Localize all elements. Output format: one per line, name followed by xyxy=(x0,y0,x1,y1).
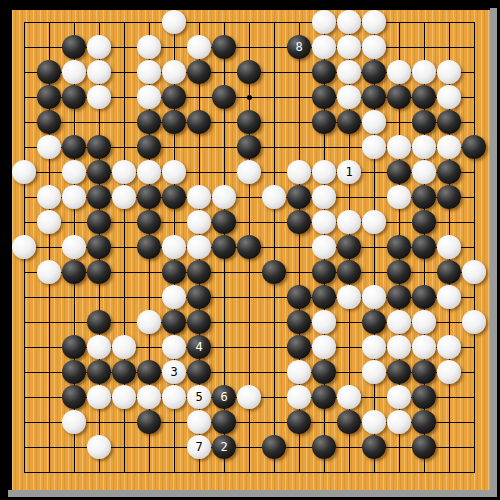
black-stone[interactable] xyxy=(287,285,311,309)
black-stone[interactable] xyxy=(287,335,311,359)
black-stone[interactable] xyxy=(362,310,386,334)
white-stone[interactable] xyxy=(312,185,336,209)
black-stone[interactable] xyxy=(87,135,111,159)
black-stone[interactable] xyxy=(312,85,336,109)
black-stone[interactable] xyxy=(212,410,236,434)
move-number-label: 4 xyxy=(195,340,202,354)
white-stone[interactable] xyxy=(12,235,36,259)
white-stone[interactable] xyxy=(387,60,411,84)
white-stone[interactable] xyxy=(362,110,386,134)
black-stone[interactable] xyxy=(212,35,236,59)
white-stone[interactable] xyxy=(87,35,111,59)
black-stone[interactable] xyxy=(87,310,111,334)
black-stone[interactable] xyxy=(162,85,186,109)
white-stone[interactable] xyxy=(337,385,361,409)
white-stone[interactable] xyxy=(362,285,386,309)
black-stone-move-4[interactable]: 4 xyxy=(187,335,211,359)
go-board-frame: 81435672 xyxy=(0,0,500,500)
black-stone[interactable] xyxy=(62,35,86,59)
move-number-label: 1 xyxy=(345,165,352,179)
white-stone[interactable] xyxy=(412,160,436,184)
black-stone[interactable] xyxy=(62,135,86,159)
white-stone[interactable] xyxy=(462,310,486,334)
black-stone[interactable] xyxy=(437,260,461,284)
black-stone[interactable] xyxy=(162,260,186,284)
white-stone[interactable] xyxy=(62,60,86,84)
black-stone[interactable] xyxy=(287,210,311,234)
black-stone[interactable] xyxy=(412,85,436,109)
white-stone[interactable] xyxy=(137,385,161,409)
black-stone[interactable] xyxy=(162,185,186,209)
white-stone[interactable] xyxy=(312,35,336,59)
white-stone[interactable] xyxy=(162,335,186,359)
white-stone[interactable] xyxy=(162,160,186,184)
black-stone[interactable] xyxy=(362,435,386,459)
black-stone[interactable] xyxy=(87,160,111,184)
white-stone[interactable] xyxy=(62,185,86,209)
goban: 81435672 xyxy=(12,10,490,490)
black-stone[interactable] xyxy=(87,360,111,384)
black-stone[interactable] xyxy=(387,160,411,184)
black-stone[interactable] xyxy=(187,260,211,284)
white-stone[interactable] xyxy=(137,35,161,59)
white-stone[interactable] xyxy=(437,85,461,109)
black-stone[interactable] xyxy=(62,360,86,384)
black-stone[interactable] xyxy=(412,360,436,384)
white-stone[interactable] xyxy=(112,160,136,184)
black-stone[interactable] xyxy=(87,185,111,209)
black-stone[interactable] xyxy=(287,410,311,434)
white-stone[interactable] xyxy=(62,235,86,259)
black-stone[interactable] xyxy=(337,110,361,134)
white-stone[interactable] xyxy=(87,335,111,359)
white-stone[interactable] xyxy=(312,235,336,259)
black-stone[interactable] xyxy=(212,235,236,259)
white-stone[interactable] xyxy=(162,10,186,34)
move-number-label: 2 xyxy=(220,440,227,454)
black-stone[interactable] xyxy=(287,185,311,209)
black-stone[interactable] xyxy=(137,210,161,234)
white-stone[interactable] xyxy=(312,210,336,234)
white-stone[interactable] xyxy=(37,135,61,159)
black-stone[interactable] xyxy=(212,85,236,109)
black-stone[interactable] xyxy=(62,85,86,109)
black-stone[interactable] xyxy=(412,410,436,434)
black-stone[interactable] xyxy=(162,110,186,134)
black-stone[interactable] xyxy=(312,60,336,84)
white-stone[interactable] xyxy=(437,235,461,259)
black-stone[interactable] xyxy=(62,385,86,409)
black-stone[interactable] xyxy=(387,260,411,284)
white-stone[interactable] xyxy=(362,35,386,59)
white-stone[interactable] xyxy=(137,310,161,334)
white-stone[interactable] xyxy=(412,335,436,359)
white-stone[interactable] xyxy=(437,135,461,159)
black-stone[interactable] xyxy=(187,285,211,309)
move-number-label: 5 xyxy=(195,390,202,404)
black-stone[interactable] xyxy=(337,235,361,259)
white-stone[interactable] xyxy=(112,185,136,209)
white-stone-move-7[interactable]: 7 xyxy=(187,435,211,459)
white-stone[interactable] xyxy=(87,85,111,109)
white-stone[interactable] xyxy=(437,60,461,84)
black-stone[interactable] xyxy=(337,260,361,284)
black-stone[interactable] xyxy=(62,335,86,359)
black-stone[interactable] xyxy=(312,385,336,409)
black-stone[interactable] xyxy=(87,235,111,259)
black-stone[interactable] xyxy=(412,285,436,309)
black-stone[interactable] xyxy=(87,210,111,234)
black-stone[interactable] xyxy=(412,210,436,234)
black-stone[interactable] xyxy=(237,60,261,84)
white-stone[interactable] xyxy=(287,360,311,384)
white-stone[interactable] xyxy=(87,60,111,84)
black-stone[interactable] xyxy=(362,85,386,109)
white-stone[interactable] xyxy=(187,235,211,259)
black-stone[interactable] xyxy=(312,360,336,384)
black-stone[interactable] xyxy=(337,410,361,434)
white-stone[interactable] xyxy=(362,410,386,434)
black-stone[interactable] xyxy=(437,160,461,184)
white-stone[interactable] xyxy=(412,310,436,334)
black-stone[interactable] xyxy=(387,235,411,259)
white-stone[interactable] xyxy=(412,135,436,159)
white-stone[interactable] xyxy=(62,410,86,434)
white-stone[interactable] xyxy=(337,10,361,34)
white-stone[interactable] xyxy=(362,210,386,234)
white-stone[interactable] xyxy=(262,185,286,209)
black-stone[interactable] xyxy=(262,435,286,459)
black-stone[interactable] xyxy=(412,435,436,459)
black-stone[interactable] xyxy=(437,110,461,134)
black-stone[interactable] xyxy=(312,285,336,309)
move-number-label: 3 xyxy=(170,365,177,379)
white-stone-move-5[interactable]: 5 xyxy=(187,385,211,409)
black-stone[interactable] xyxy=(237,110,261,134)
white-stone[interactable] xyxy=(137,60,161,84)
white-stone[interactable] xyxy=(387,335,411,359)
board-grid[interactable]: 81435672 xyxy=(24,22,475,473)
black-stone[interactable] xyxy=(137,235,161,259)
black-stone[interactable] xyxy=(137,135,161,159)
black-stone-move-6[interactable]: 6 xyxy=(212,385,236,409)
black-stone[interactable] xyxy=(387,360,411,384)
black-stone[interactable] xyxy=(262,260,286,284)
black-stone[interactable] xyxy=(387,285,411,309)
black-stone[interactable] xyxy=(387,85,411,109)
black-stone[interactable] xyxy=(237,135,261,159)
black-stone[interactable] xyxy=(437,185,461,209)
star-point xyxy=(247,95,252,100)
black-stone[interactable] xyxy=(412,185,436,209)
white-stone[interactable] xyxy=(137,85,161,109)
white-stone[interactable] xyxy=(212,185,236,209)
white-stone[interactable] xyxy=(37,210,61,234)
white-stone[interactable] xyxy=(312,10,336,34)
move-number-label: 7 xyxy=(195,440,202,454)
black-stone[interactable] xyxy=(412,110,436,134)
black-stone[interactable] xyxy=(312,110,336,134)
black-stone[interactable] xyxy=(462,135,486,159)
white-stone[interactable] xyxy=(37,260,61,284)
white-stone[interactable] xyxy=(337,285,361,309)
white-stone[interactable] xyxy=(362,335,386,359)
black-stone[interactable] xyxy=(287,310,311,334)
white-stone[interactable] xyxy=(162,60,186,84)
white-stone[interactable] xyxy=(87,385,111,409)
black-stone[interactable] xyxy=(187,110,211,134)
black-stone[interactable] xyxy=(162,310,186,334)
white-stone[interactable] xyxy=(337,85,361,109)
white-stone[interactable] xyxy=(362,10,386,34)
black-stone[interactable] xyxy=(412,385,436,409)
black-stone-move-8[interactable]: 8 xyxy=(287,35,311,59)
black-stone[interactable] xyxy=(137,110,161,134)
white-stone[interactable] xyxy=(362,360,386,384)
white-stone[interactable] xyxy=(437,335,461,359)
white-stone[interactable] xyxy=(187,410,211,434)
white-stone[interactable] xyxy=(287,160,311,184)
white-stone[interactable] xyxy=(187,185,211,209)
white-stone[interactable] xyxy=(137,160,161,184)
black-stone[interactable] xyxy=(112,360,136,384)
white-stone[interactable] xyxy=(62,160,86,184)
black-stone[interactable] xyxy=(37,110,61,134)
white-stone[interactable] xyxy=(87,435,111,459)
white-stone-move-1[interactable]: 1 xyxy=(337,160,361,184)
black-stone[interactable] xyxy=(312,260,336,284)
black-stone[interactable] xyxy=(37,85,61,109)
white-stone[interactable] xyxy=(412,60,436,84)
white-stone[interactable] xyxy=(187,35,211,59)
white-stone[interactable] xyxy=(287,385,311,409)
black-stone[interactable] xyxy=(187,310,211,334)
white-stone[interactable] xyxy=(112,385,136,409)
white-stone[interactable] xyxy=(337,35,361,59)
black-stone[interactable] xyxy=(187,360,211,384)
black-stone[interactable] xyxy=(312,435,336,459)
black-stone[interactable] xyxy=(412,235,436,259)
white-stone[interactable] xyxy=(312,335,336,359)
white-stone[interactable] xyxy=(387,385,411,409)
white-stone-move-3[interactable]: 3 xyxy=(162,360,186,384)
black-stone[interactable] xyxy=(212,210,236,234)
white-stone[interactable] xyxy=(387,185,411,209)
black-stone-move-2[interactable]: 2 xyxy=(212,435,236,459)
white-stone[interactable] xyxy=(312,310,336,334)
white-stone[interactable] xyxy=(162,285,186,309)
white-stone[interactable] xyxy=(237,160,261,184)
black-stone[interactable] xyxy=(187,60,211,84)
black-stone[interactable] xyxy=(37,60,61,84)
white-stone[interactable] xyxy=(387,135,411,159)
white-stone[interactable] xyxy=(162,385,186,409)
white-stone[interactable] xyxy=(337,60,361,84)
white-stone[interactable] xyxy=(112,335,136,359)
white-stone[interactable] xyxy=(437,360,461,384)
board-shadow-right xyxy=(490,8,497,497)
move-number-label: 8 xyxy=(295,40,302,54)
white-stone[interactable] xyxy=(362,135,386,159)
white-stone[interactable] xyxy=(12,160,36,184)
white-stone[interactable] xyxy=(337,210,361,234)
white-stone[interactable] xyxy=(162,235,186,259)
white-stone[interactable] xyxy=(237,385,261,409)
black-stone[interactable] xyxy=(362,60,386,84)
white-stone[interactable] xyxy=(37,185,61,209)
black-stone[interactable] xyxy=(62,260,86,284)
black-stone[interactable] xyxy=(137,185,161,209)
white-stone[interactable] xyxy=(187,210,211,234)
board-shadow-bottom xyxy=(8,490,497,497)
black-stone[interactable] xyxy=(137,360,161,384)
white-stone[interactable] xyxy=(387,310,411,334)
black-stone[interactable] xyxy=(237,235,261,259)
black-stone[interactable] xyxy=(137,410,161,434)
white-stone[interactable] xyxy=(462,260,486,284)
white-stone[interactable] xyxy=(387,410,411,434)
white-stone[interactable] xyxy=(437,285,461,309)
move-number-label: 6 xyxy=(220,390,227,404)
black-stone[interactable] xyxy=(87,260,111,284)
white-stone[interactable] xyxy=(312,160,336,184)
